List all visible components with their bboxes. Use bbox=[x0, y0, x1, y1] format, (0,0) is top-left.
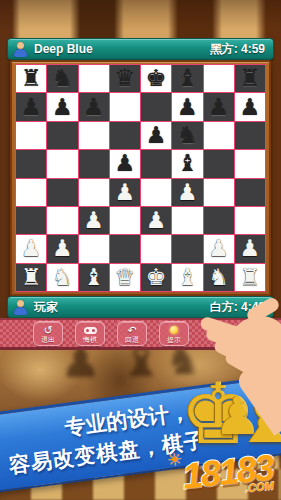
square-a8[interactable]: ♜ bbox=[16, 65, 46, 92]
square-d8[interactable]: ♛ bbox=[110, 65, 140, 92]
toolbar: ↺ 退出 悔棋 ↶ 回退 提示 bbox=[0, 318, 281, 350]
gold-bishop-icon: ♝ bbox=[233, 378, 281, 454]
square-a3[interactable] bbox=[16, 207, 46, 234]
black-rook: ♜ bbox=[21, 67, 42, 90]
sparkle-icon: ✦ bbox=[250, 370, 258, 380]
square-b4[interactable] bbox=[47, 179, 77, 206]
black-pawn: ♟ bbox=[83, 96, 104, 119]
square-a2[interactable]: ♟ bbox=[16, 235, 46, 262]
white-knight: ♞ bbox=[52, 266, 73, 289]
18183-logo[interactable]: ☀ 18183 .COM bbox=[181, 451, 275, 500]
white-pawn: ♟ bbox=[83, 209, 104, 232]
square-b2[interactable]: ♟ bbox=[47, 235, 77, 262]
black-pawn: ♟ bbox=[177, 96, 198, 119]
blurred-piece-silhouette: ♝ bbox=[118, 350, 165, 384]
square-a7[interactable]: ♟ bbox=[16, 93, 46, 120]
square-e6[interactable]: ♟ bbox=[141, 122, 171, 149]
white-pawn: ♟ bbox=[177, 181, 198, 204]
rewind-button-label: 回退 bbox=[125, 336, 139, 343]
square-d3[interactable] bbox=[110, 207, 140, 234]
square-h2[interactable]: ♟ bbox=[235, 235, 265, 262]
square-c2[interactable] bbox=[79, 235, 109, 262]
black-pawn: ♟ bbox=[52, 96, 73, 119]
chess-app-screen: Deep Blue 黑方: 4:59 ♜♞♛♚♝♜♟♟♟♟♟♟♟♞♟♝♟♟♟♟♟… bbox=[0, 0, 281, 500]
hint-button-label: 提示 bbox=[167, 336, 181, 343]
square-g3[interactable] bbox=[204, 207, 234, 234]
square-d2[interactable] bbox=[110, 235, 140, 262]
square-h3[interactable] bbox=[235, 207, 265, 234]
opponent-name: Deep Blue bbox=[34, 42, 93, 56]
player-name: 玩家 bbox=[34, 299, 58, 316]
square-g5[interactable] bbox=[204, 150, 234, 177]
black-clock: 黑方: 4:59 bbox=[210, 41, 265, 58]
square-d6[interactable] bbox=[110, 122, 140, 149]
opponent-bar: Deep Blue 黑方: 4:59 bbox=[7, 38, 274, 60]
square-a5[interactable] bbox=[16, 150, 46, 177]
square-c3[interactable]: ♟ bbox=[79, 207, 109, 234]
square-b5[interactable] bbox=[47, 150, 77, 177]
square-f5[interactable]: ♝ bbox=[172, 150, 202, 177]
square-c8[interactable] bbox=[79, 65, 109, 92]
square-f6[interactable]: ♞ bbox=[172, 122, 202, 149]
square-e7[interactable] bbox=[141, 93, 171, 120]
black-pawn: ♟ bbox=[240, 96, 261, 119]
black-pawn: ♟ bbox=[146, 124, 167, 147]
black-pawn: ♟ bbox=[208, 96, 229, 119]
white-pawn: ♟ bbox=[208, 237, 229, 260]
player-bar: 玩家 白方: 4:43 bbox=[7, 296, 274, 318]
opponent-avatar bbox=[13, 42, 28, 57]
square-e3[interactable]: ♟ bbox=[141, 207, 171, 234]
undo-arrow-icon: ↶ bbox=[127, 324, 136, 336]
square-f1[interactable]: ♝ bbox=[172, 264, 202, 291]
square-a6[interactable] bbox=[16, 122, 46, 149]
hint-button[interactable]: 提示 bbox=[159, 321, 189, 346]
white-pawn: ♟ bbox=[240, 237, 261, 260]
square-e8[interactable]: ♚ bbox=[141, 65, 171, 92]
square-b8[interactable]: ♞ bbox=[47, 65, 77, 92]
square-c5[interactable] bbox=[79, 150, 109, 177]
white-pawn: ♟ bbox=[52, 237, 73, 260]
square-g8[interactable] bbox=[204, 65, 234, 92]
white-rook: ♜ bbox=[21, 266, 42, 289]
white-clock: 白方: 4:43 bbox=[210, 299, 265, 316]
square-b7[interactable]: ♟ bbox=[47, 93, 77, 120]
takeback-button[interactable]: 悔棋 bbox=[75, 321, 105, 346]
square-b1[interactable]: ♞ bbox=[47, 264, 77, 291]
square-h8[interactable]: ♜ bbox=[235, 65, 265, 92]
square-c7[interactable]: ♟ bbox=[79, 93, 109, 120]
white-pawn: ♟ bbox=[146, 209, 167, 232]
exit-button-label: 退出 bbox=[41, 336, 55, 343]
logo-suffix: .COM bbox=[244, 479, 275, 494]
sun-doodle-icon: ☀ bbox=[166, 448, 183, 470]
square-h6[interactable] bbox=[235, 122, 265, 149]
rewind-button[interactable]: ↶ 回退 bbox=[117, 321, 147, 346]
square-d7[interactable] bbox=[110, 93, 140, 120]
square-e4[interactable] bbox=[141, 179, 171, 206]
white-pawn: ♟ bbox=[21, 237, 42, 260]
square-g2[interactable]: ♟ bbox=[204, 235, 234, 262]
black-knight: ♞ bbox=[52, 67, 73, 90]
black-rook: ♜ bbox=[240, 67, 261, 90]
exit-reset-icon: ↺ bbox=[43, 324, 52, 336]
square-d1[interactable]: ♛ bbox=[110, 264, 140, 291]
square-d5[interactable]: ♟ bbox=[110, 150, 140, 177]
board-frame: ♜♞♛♚♝♜♟♟♟♟♟♟♟♞♟♝♟♟♟♟♟♟♟♟♜♞♝♛♚♝♞♜ bbox=[10, 60, 271, 296]
black-knight: ♞ bbox=[177, 124, 198, 147]
square-f7[interactable]: ♟ bbox=[172, 93, 202, 120]
square-f8[interactable]: ♝ bbox=[172, 65, 202, 92]
square-h1[interactable]: ♜ bbox=[235, 264, 265, 291]
square-a4[interactable] bbox=[16, 179, 46, 206]
black-pawn: ♟ bbox=[115, 152, 136, 175]
blurred-piece-silhouette: ♟ bbox=[60, 350, 101, 384]
square-b6[interactable] bbox=[47, 122, 77, 149]
square-f2[interactable] bbox=[172, 235, 202, 262]
square-g6[interactable] bbox=[204, 122, 234, 149]
takeback-button-label: 悔棋 bbox=[83, 336, 97, 343]
square-g1[interactable]: ♞ bbox=[204, 264, 234, 291]
square-h4[interactable] bbox=[235, 179, 265, 206]
white-bishop: ♝ bbox=[177, 266, 198, 289]
square-e1[interactable]: ♚ bbox=[141, 264, 171, 291]
white-bishop: ♝ bbox=[83, 266, 104, 289]
square-g7[interactable]: ♟ bbox=[204, 93, 234, 120]
square-h5[interactable] bbox=[235, 150, 265, 177]
chess-board: ♜♞♛♚♝♜♟♟♟♟♟♟♟♞♟♝♟♟♟♟♟♟♟♟♜♞♝♛♚♝♞♜ bbox=[15, 64, 266, 292]
white-knight: ♞ bbox=[208, 266, 229, 289]
square-c6[interactable] bbox=[79, 122, 109, 149]
square-c1[interactable]: ♝ bbox=[79, 264, 109, 291]
square-e5[interactable] bbox=[141, 150, 171, 177]
square-g4[interactable] bbox=[204, 179, 234, 206]
gamepad-icon bbox=[84, 324, 97, 336]
square-e2[interactable] bbox=[141, 235, 171, 262]
white-rook: ♜ bbox=[240, 266, 261, 289]
square-f4[interactable]: ♟ bbox=[172, 179, 202, 206]
square-f3[interactable] bbox=[172, 207, 202, 234]
square-d4[interactable]: ♟ bbox=[110, 179, 140, 206]
white-queen: ♛ bbox=[115, 266, 136, 289]
square-b3[interactable] bbox=[47, 207, 77, 234]
black-pawn: ♟ bbox=[21, 96, 42, 119]
black-king: ♚ bbox=[146, 67, 167, 90]
white-pawn: ♟ bbox=[115, 181, 136, 204]
square-h7[interactable]: ♟ bbox=[235, 93, 265, 120]
hint-bulb-icon bbox=[170, 324, 178, 336]
exit-button[interactable]: ↺ 退出 bbox=[33, 321, 63, 346]
square-c4[interactable] bbox=[79, 179, 109, 206]
player-avatar bbox=[13, 300, 28, 315]
black-bishop: ♝ bbox=[177, 152, 198, 175]
black-queen: ♛ bbox=[115, 67, 136, 90]
square-a1[interactable]: ♜ bbox=[16, 264, 46, 291]
black-bishop: ♝ bbox=[177, 67, 198, 90]
white-king: ♚ bbox=[146, 266, 167, 289]
